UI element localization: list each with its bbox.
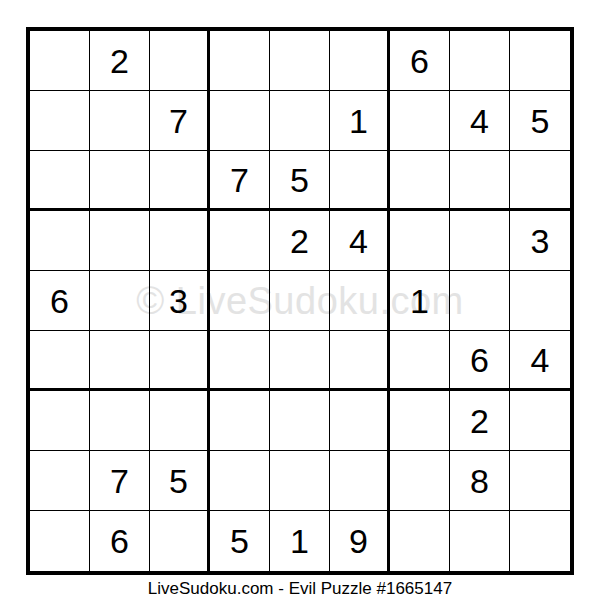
- cell-r6c7[interactable]: [390, 331, 450, 391]
- cell-r3c9[interactable]: [510, 151, 570, 211]
- cell-r9c4[interactable]: 5: [210, 511, 270, 571]
- cell-r2c5[interactable]: [270, 91, 330, 151]
- cell-r8c3[interactable]: 5: [150, 451, 210, 511]
- cell-r4c4[interactable]: [210, 211, 270, 271]
- cell-r4c2[interactable]: [90, 211, 150, 271]
- cell-r8c6[interactable]: [330, 451, 390, 511]
- cell-r4c1[interactable]: [30, 211, 90, 271]
- cell-r6c8[interactable]: 6: [450, 331, 510, 391]
- cell-r7c5[interactable]: [270, 391, 330, 451]
- cell-r2c6[interactable]: 1: [330, 91, 390, 151]
- cell-r5c9[interactable]: [510, 271, 570, 331]
- caption: LiveSudoku.com - Evil Puzzle #1665147: [0, 579, 600, 599]
- cell-r2c3[interactable]: 7: [150, 91, 210, 151]
- cell-r1c4[interactable]: [210, 31, 270, 91]
- cell-r8c2[interactable]: 7: [90, 451, 150, 511]
- cell-r2c7[interactable]: [390, 91, 450, 151]
- cell-r1c7[interactable]: 6: [390, 31, 450, 91]
- cell-r3c5[interactable]: 5: [270, 151, 330, 211]
- cell-r4c8[interactable]: [450, 211, 510, 271]
- cell-r1c3[interactable]: [150, 31, 210, 91]
- cell-r2c8[interactable]: 4: [450, 91, 510, 151]
- cell-r7c7[interactable]: [390, 391, 450, 451]
- cell-r7c8[interactable]: 2: [450, 391, 510, 451]
- cell-r8c5[interactable]: [270, 451, 330, 511]
- cell-r8c4[interactable]: [210, 451, 270, 511]
- puzzle-page: © LiveSudoku.com 26714575243631642758651…: [0, 0, 600, 615]
- cell-r4c5[interactable]: 2: [270, 211, 330, 271]
- cell-r2c9[interactable]: 5: [510, 91, 570, 151]
- sudoku-board: © LiveSudoku.com 26714575243631642758651…: [26, 27, 574, 575]
- cell-r4c6[interactable]: 4: [330, 211, 390, 271]
- cell-r5c5[interactable]: [270, 271, 330, 331]
- cell-r1c6[interactable]: [330, 31, 390, 91]
- cell-r7c2[interactable]: [90, 391, 150, 451]
- cell-r1c9[interactable]: [510, 31, 570, 91]
- cell-r5c2[interactable]: [90, 271, 150, 331]
- cell-r6c3[interactable]: [150, 331, 210, 391]
- cell-r6c5[interactable]: [270, 331, 330, 391]
- cell-r3c7[interactable]: [390, 151, 450, 211]
- cell-r8c1[interactable]: [30, 451, 90, 511]
- cell-r9c1[interactable]: [30, 511, 90, 571]
- cell-r7c9[interactable]: [510, 391, 570, 451]
- cell-r7c1[interactable]: [30, 391, 90, 451]
- cell-r6c6[interactable]: [330, 331, 390, 391]
- cell-r7c6[interactable]: [330, 391, 390, 451]
- cell-r3c2[interactable]: [90, 151, 150, 211]
- cell-r3c6[interactable]: [330, 151, 390, 211]
- cell-r7c3[interactable]: [150, 391, 210, 451]
- cell-r9c8[interactable]: [450, 511, 510, 571]
- cell-r3c3[interactable]: [150, 151, 210, 211]
- cell-r9c5[interactable]: 1: [270, 511, 330, 571]
- cell-r2c1[interactable]: [30, 91, 90, 151]
- cell-r8c7[interactable]: [390, 451, 450, 511]
- cell-r8c9[interactable]: [510, 451, 570, 511]
- cell-r6c1[interactable]: [30, 331, 90, 391]
- cell-r8c8[interactable]: 8: [450, 451, 510, 511]
- cell-r4c7[interactable]: [390, 211, 450, 271]
- cell-r5c3[interactable]: 3: [150, 271, 210, 331]
- cell-r6c2[interactable]: [90, 331, 150, 391]
- cell-r1c1[interactable]: [30, 31, 90, 91]
- cell-r5c1[interactable]: 6: [30, 271, 90, 331]
- cell-r9c6[interactable]: 9: [330, 511, 390, 571]
- cell-r4c3[interactable]: [150, 211, 210, 271]
- cell-r2c2[interactable]: [90, 91, 150, 151]
- cell-r9c2[interactable]: 6: [90, 511, 150, 571]
- cell-r5c6[interactable]: [330, 271, 390, 331]
- cell-r6c4[interactable]: [210, 331, 270, 391]
- cell-r1c8[interactable]: [450, 31, 510, 91]
- cell-r3c1[interactable]: [30, 151, 90, 211]
- cell-r1c2[interactable]: 2: [90, 31, 150, 91]
- cell-r9c7[interactable]: [390, 511, 450, 571]
- cell-r9c9[interactable]: [510, 511, 570, 571]
- cell-r3c4[interactable]: 7: [210, 151, 270, 211]
- sudoku-grid: 267145752436316427586519: [26, 27, 574, 575]
- cell-r3c8[interactable]: [450, 151, 510, 211]
- cell-r4c9[interactable]: 3: [510, 211, 570, 271]
- cell-r7c4[interactable]: [210, 391, 270, 451]
- cell-r1c5[interactable]: [270, 31, 330, 91]
- cell-r5c7[interactable]: 1: [390, 271, 450, 331]
- cell-r5c8[interactable]: [450, 271, 510, 331]
- cell-r2c4[interactable]: [210, 91, 270, 151]
- cell-r5c4[interactable]: [210, 271, 270, 331]
- cell-r9c3[interactable]: [150, 511, 210, 571]
- cell-r6c9[interactable]: 4: [510, 331, 570, 391]
